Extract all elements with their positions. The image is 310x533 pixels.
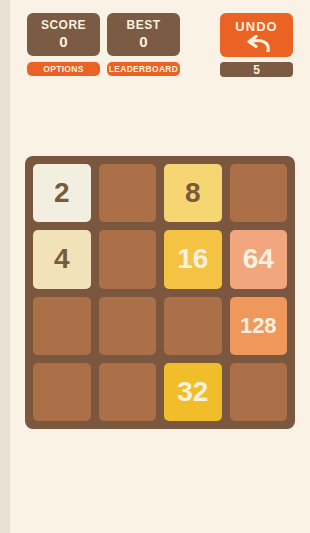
tile-2: 2 [33,164,91,222]
empty-cell [99,164,157,222]
best-column: BEST 0 LEADERBOARD [107,13,180,76]
app-window: SCORE 0 OPTIONS BEST 0 LEADERBOARD UNDO [10,0,310,533]
tile-8: 8 [164,164,222,222]
empty-cell [99,363,157,421]
header: SCORE 0 OPTIONS BEST 0 LEADERBOARD UNDO [10,0,310,77]
undo-remaining-count: 5 [220,62,293,77]
tile-4: 4 [33,230,91,288]
empty-cell [99,297,157,355]
undo-arrow-icon [242,35,272,52]
options-button[interactable]: OPTIONS [27,62,100,76]
score-label: SCORE [41,18,86,32]
empty-cell [33,363,91,421]
score-column: SCORE 0 OPTIONS [27,13,100,76]
undo-label: UNDO [235,19,277,34]
leaderboard-button[interactable]: LEADERBOARD [107,62,180,76]
best-label: BEST [126,18,160,32]
tile-64: 64 [230,230,288,288]
undo-button[interactable]: UNDO [220,13,293,57]
tile-32: 32 [164,363,222,421]
score-value: 0 [59,33,67,51]
best-box: BEST 0 [107,13,180,56]
score-box: SCORE 0 [27,13,100,56]
empty-cell [33,297,91,355]
tile-16: 16 [164,230,222,288]
empty-cell [164,297,222,355]
empty-cell [230,363,288,421]
empty-cell [230,164,288,222]
empty-cell [99,230,157,288]
best-value: 0 [139,33,147,51]
undo-column: UNDO 5 [220,13,293,77]
board-2048[interactable]: 284166412832 [25,156,295,429]
tile-128: 128 [230,297,288,355]
